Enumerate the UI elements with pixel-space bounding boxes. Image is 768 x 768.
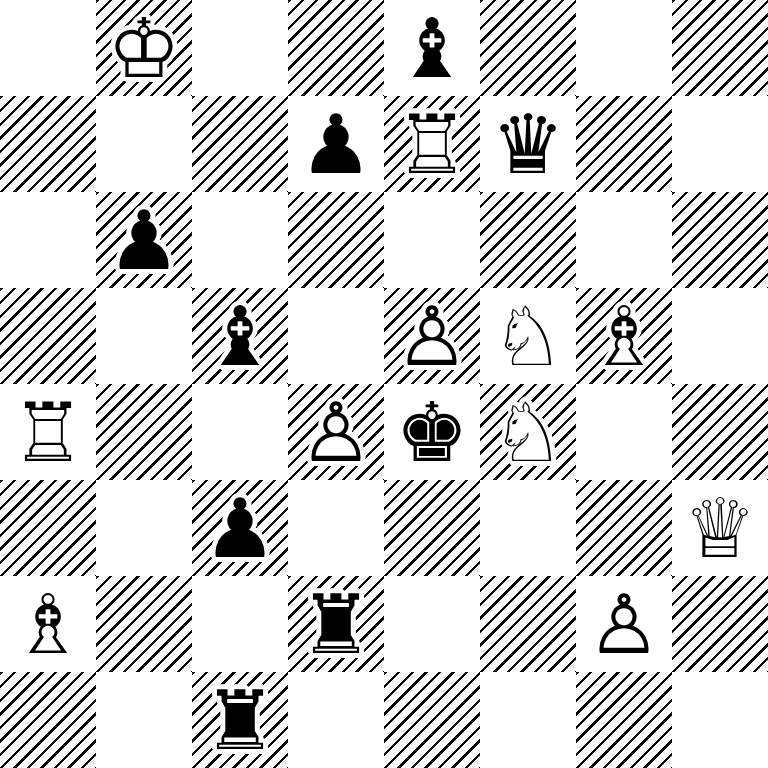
square-a5[interactable] <box>0 288 96 384</box>
square-a1[interactable] <box>0 672 96 768</box>
square-h6[interactable] <box>672 192 768 288</box>
white-bishop-halo: ♝ <box>0 577 96 672</box>
square-f2[interactable] <box>480 576 576 672</box>
piece-white-queen-h3: ♛♕ <box>672 480 768 576</box>
square-c2[interactable] <box>192 576 288 672</box>
square-e7[interactable]: ♜♖ <box>384 96 480 192</box>
square-d8[interactable] <box>288 0 384 96</box>
piece-white-pawn-d4: ♟♙ <box>288 384 384 480</box>
square-d6[interactable] <box>288 192 384 288</box>
square-d5[interactable] <box>288 288 384 384</box>
square-b6[interactable]: ♟♟ <box>96 192 192 288</box>
black-king-halo: ♚ <box>384 385 480 480</box>
black-bishop-icon: ♝ <box>192 289 288 384</box>
square-g6[interactable] <box>576 192 672 288</box>
square-h5[interactable] <box>672 288 768 384</box>
piece-white-bishop-g5: ♝♗ <box>576 288 672 384</box>
white-pawn-icon: ♙ <box>288 385 384 480</box>
white-queen-halo: ♛ <box>672 481 768 576</box>
white-pawn-halo: ♟ <box>384 289 480 384</box>
square-e4[interactable]: ♚♚ <box>384 384 480 480</box>
piece-black-king-e4: ♚♚ <box>384 384 480 480</box>
square-g1[interactable] <box>576 672 672 768</box>
square-f4[interactable]: ♞♘ <box>480 384 576 480</box>
square-e8[interactable]: ♝♝ <box>384 0 480 96</box>
white-queen-icon: ♕ <box>672 481 768 576</box>
black-rook-halo: ♜ <box>288 577 384 672</box>
piece-white-rook-e7: ♜♖ <box>384 96 480 192</box>
square-h3[interactable]: ♛♕ <box>672 480 768 576</box>
square-h4[interactable] <box>672 384 768 480</box>
square-d4[interactable]: ♟♙ <box>288 384 384 480</box>
square-h1[interactable] <box>672 672 768 768</box>
square-c8[interactable] <box>192 0 288 96</box>
white-rook-halo: ♜ <box>384 97 480 192</box>
white-king-icon: ♔ <box>96 1 192 96</box>
square-d2[interactable]: ♜♜ <box>288 576 384 672</box>
square-g4[interactable] <box>576 384 672 480</box>
piece-black-bishop-c5: ♝♝ <box>192 288 288 384</box>
piece-black-pawn-c3: ♟♟ <box>192 480 288 576</box>
black-bishop-icon: ♝ <box>384 1 480 96</box>
black-rook-halo: ♜ <box>192 673 288 768</box>
piece-black-bishop-e8: ♝♝ <box>384 0 480 96</box>
black-bishop-halo: ♝ <box>192 289 288 384</box>
square-b3[interactable] <box>96 480 192 576</box>
square-g8[interactable] <box>576 0 672 96</box>
white-rook-halo: ♜ <box>0 385 96 480</box>
white-pawn-halo: ♟ <box>576 577 672 672</box>
square-d7[interactable]: ♟♟ <box>288 96 384 192</box>
white-rook-icon: ♖ <box>384 97 480 192</box>
square-h7[interactable] <box>672 96 768 192</box>
chess-board: ♚♔♝♝♟♟♜♖♛♛♟♟♝♝♟♙♞♘♝♗♜♖♟♙♚♚♞♘♟♟♛♕♝♗♜♜♟♙♜♜ <box>0 0 768 768</box>
square-f5[interactable]: ♞♘ <box>480 288 576 384</box>
square-a4[interactable]: ♜♖ <box>0 384 96 480</box>
black-rook-icon: ♜ <box>192 673 288 768</box>
black-bishop-halo: ♝ <box>384 1 480 96</box>
piece-white-pawn-g2: ♟♙ <box>576 576 672 672</box>
white-pawn-icon: ♙ <box>384 289 480 384</box>
white-bishop-icon: ♗ <box>0 577 96 672</box>
white-knight-halo: ♞ <box>480 385 576 480</box>
square-b8[interactable]: ♚♔ <box>96 0 192 96</box>
square-d1[interactable] <box>288 672 384 768</box>
square-f8[interactable] <box>480 0 576 96</box>
square-b7[interactable] <box>96 96 192 192</box>
square-f3[interactable] <box>480 480 576 576</box>
square-a8[interactable] <box>0 0 96 96</box>
black-pawn-icon: ♟ <box>288 97 384 192</box>
square-g2[interactable]: ♟♙ <box>576 576 672 672</box>
black-pawn-icon: ♟ <box>96 193 192 288</box>
square-c5[interactable]: ♝♝ <box>192 288 288 384</box>
piece-black-pawn-d7: ♟♟ <box>288 96 384 192</box>
piece-white-pawn-e5: ♟♙ <box>384 288 480 384</box>
white-knight-icon: ♘ <box>480 385 576 480</box>
square-a6[interactable] <box>0 192 96 288</box>
white-king-halo: ♚ <box>96 1 192 96</box>
piece-white-knight-f5: ♞♘ <box>480 288 576 384</box>
white-rook-icon: ♖ <box>0 385 96 480</box>
piece-white-king-b8: ♚♔ <box>96 0 192 96</box>
white-knight-halo: ♞ <box>480 289 576 384</box>
square-h2[interactable] <box>672 576 768 672</box>
square-c6[interactable] <box>192 192 288 288</box>
square-f1[interactable] <box>480 672 576 768</box>
square-f7[interactable]: ♛♛ <box>480 96 576 192</box>
square-c1[interactable]: ♜♜ <box>192 672 288 768</box>
square-b1[interactable] <box>96 672 192 768</box>
black-pawn-icon: ♟ <box>192 481 288 576</box>
square-e3[interactable] <box>384 480 480 576</box>
white-bishop-halo: ♝ <box>576 289 672 384</box>
square-a7[interactable] <box>0 96 96 192</box>
black-pawn-halo: ♟ <box>96 193 192 288</box>
black-queen-icon: ♛ <box>480 97 576 192</box>
square-b4[interactable] <box>96 384 192 480</box>
piece-white-bishop-a2: ♝♗ <box>0 576 96 672</box>
square-e1[interactable] <box>384 672 480 768</box>
square-e2[interactable] <box>384 576 480 672</box>
square-e6[interactable] <box>384 192 480 288</box>
square-h8[interactable] <box>672 0 768 96</box>
black-pawn-halo: ♟ <box>288 97 384 192</box>
square-g5[interactable]: ♝♗ <box>576 288 672 384</box>
white-pawn-halo: ♟ <box>288 385 384 480</box>
square-d3[interactable] <box>288 480 384 576</box>
square-g3[interactable] <box>576 480 672 576</box>
piece-white-rook-a4: ♜♖ <box>0 384 96 480</box>
white-pawn-icon: ♙ <box>576 577 672 672</box>
square-f6[interactable] <box>480 192 576 288</box>
piece-black-rook-c1: ♜♜ <box>192 672 288 768</box>
square-a2[interactable]: ♝♗ <box>0 576 96 672</box>
piece-black-queen-f7: ♛♛ <box>480 96 576 192</box>
black-pawn-halo: ♟ <box>192 481 288 576</box>
black-rook-icon: ♜ <box>288 577 384 672</box>
square-c3[interactable]: ♟♟ <box>192 480 288 576</box>
square-g7[interactable] <box>576 96 672 192</box>
piece-white-knight-f4: ♞♘ <box>480 384 576 480</box>
piece-black-rook-d2: ♜♜ <box>288 576 384 672</box>
square-e5[interactable]: ♟♙ <box>384 288 480 384</box>
square-c4[interactable] <box>192 384 288 480</box>
black-king-icon: ♚ <box>384 385 480 480</box>
square-b5[interactable] <box>96 288 192 384</box>
white-knight-icon: ♘ <box>480 289 576 384</box>
square-a3[interactable] <box>0 480 96 576</box>
black-queen-halo: ♛ <box>480 97 576 192</box>
white-bishop-icon: ♗ <box>576 289 672 384</box>
piece-black-pawn-b6: ♟♟ <box>96 192 192 288</box>
square-b2[interactable] <box>96 576 192 672</box>
square-c7[interactable] <box>192 96 288 192</box>
